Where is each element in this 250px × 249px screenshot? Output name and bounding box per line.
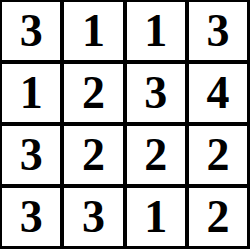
cell-r1c3: 4 xyxy=(189,64,247,122)
cell-r3c3: 2 xyxy=(189,188,247,246)
cell-r2c1: 2 xyxy=(64,126,122,184)
cell-r1c0: 1 xyxy=(2,64,60,122)
cell-r0c0: 3 xyxy=(2,2,60,60)
cell-r3c1: 3 xyxy=(64,188,122,246)
cell-r3c2: 1 xyxy=(127,188,185,246)
puzzle-board: 3 1 1 3 1 2 3 4 3 2 2 2 3 3 1 2 xyxy=(0,0,250,249)
cell-r2c0: 3 xyxy=(2,126,60,184)
cell-r0c3: 3 xyxy=(189,2,247,60)
cell-r3c0: 3 xyxy=(2,188,60,246)
cell-r2c2: 2 xyxy=(127,126,185,184)
cell-r2c3: 2 xyxy=(189,126,247,184)
cell-r1c1: 2 xyxy=(64,64,122,122)
cell-r0c2: 1 xyxy=(127,2,185,60)
cell-r1c2: 3 xyxy=(127,64,185,122)
cell-r0c1: 1 xyxy=(64,2,122,60)
